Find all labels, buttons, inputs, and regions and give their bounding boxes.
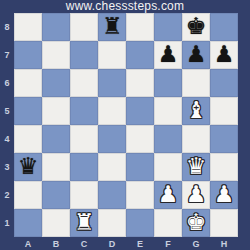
piece-white-pawn-g2: ♟ bbox=[182, 181, 210, 209]
square-b7[interactable] bbox=[42, 41, 70, 69]
square-g5[interactable]: ♝ bbox=[182, 97, 210, 125]
square-h5[interactable] bbox=[210, 97, 238, 125]
piece-white-rook-c1: ♜ bbox=[70, 209, 98, 237]
square-f6[interactable] bbox=[154, 69, 182, 97]
square-f5[interactable] bbox=[154, 97, 182, 125]
square-h3[interactable] bbox=[210, 153, 238, 181]
chess-board: ♜♚♟♟♟♝♛♛♟♟♟♜♚ bbox=[14, 13, 238, 237]
square-c2[interactable] bbox=[70, 181, 98, 209]
square-b4[interactable] bbox=[42, 125, 70, 153]
square-d6[interactable] bbox=[98, 69, 126, 97]
square-a2[interactable] bbox=[14, 181, 42, 209]
square-c6[interactable] bbox=[70, 69, 98, 97]
square-b1[interactable] bbox=[42, 209, 70, 237]
square-e3[interactable] bbox=[126, 153, 154, 181]
square-f1[interactable] bbox=[154, 209, 182, 237]
square-h1[interactable] bbox=[210, 209, 238, 237]
square-h2[interactable]: ♟ bbox=[210, 181, 238, 209]
rank-labels: 87654321 bbox=[0, 13, 14, 237]
piece-black-queen-a3: ♛ bbox=[14, 153, 42, 181]
square-d5[interactable] bbox=[98, 97, 126, 125]
square-g1[interactable]: ♚ bbox=[182, 209, 210, 237]
square-c7[interactable] bbox=[70, 41, 98, 69]
square-d8[interactable]: ♜ bbox=[98, 13, 126, 41]
square-g3[interactable]: ♛ bbox=[182, 153, 210, 181]
rank-label-8: 8 bbox=[0, 13, 14, 41]
square-d2[interactable] bbox=[98, 181, 126, 209]
square-c3[interactable] bbox=[70, 153, 98, 181]
square-b6[interactable] bbox=[42, 69, 70, 97]
square-a6[interactable] bbox=[14, 69, 42, 97]
rank-label-2: 2 bbox=[0, 181, 14, 209]
square-h6[interactable] bbox=[210, 69, 238, 97]
square-c4[interactable] bbox=[70, 125, 98, 153]
square-a8[interactable] bbox=[14, 13, 42, 41]
site-banner-text: www.chesssteps.com bbox=[0, 0, 250, 13]
piece-white-king-g1: ♚ bbox=[182, 209, 210, 237]
square-g8[interactable]: ♚ bbox=[182, 13, 210, 41]
piece-white-pawn-f2: ♟ bbox=[154, 181, 182, 209]
square-e6[interactable] bbox=[126, 69, 154, 97]
square-g2[interactable]: ♟ bbox=[182, 181, 210, 209]
piece-black-pawn-f7: ♟ bbox=[154, 41, 182, 69]
rank-label-4: 4 bbox=[0, 125, 14, 153]
piece-black-rook-d8: ♜ bbox=[98, 13, 126, 41]
square-e8[interactable] bbox=[126, 13, 154, 41]
piece-white-pawn-h2: ♟ bbox=[210, 181, 238, 209]
square-g4[interactable] bbox=[182, 125, 210, 153]
file-label-a: A bbox=[14, 237, 42, 250]
square-a1[interactable] bbox=[14, 209, 42, 237]
file-label-f: F bbox=[154, 237, 182, 250]
piece-white-queen-g3: ♛ bbox=[182, 153, 210, 181]
square-e5[interactable] bbox=[126, 97, 154, 125]
square-h8[interactable] bbox=[210, 13, 238, 41]
square-c8[interactable] bbox=[70, 13, 98, 41]
square-c1[interactable]: ♜ bbox=[70, 209, 98, 237]
file-label-b: B bbox=[42, 237, 70, 250]
square-b5[interactable] bbox=[42, 97, 70, 125]
square-f2[interactable]: ♟ bbox=[154, 181, 182, 209]
square-e2[interactable] bbox=[126, 181, 154, 209]
file-label-g: G bbox=[182, 237, 210, 250]
square-a7[interactable] bbox=[14, 41, 42, 69]
square-d3[interactable] bbox=[98, 153, 126, 181]
piece-white-bishop-g5: ♝ bbox=[182, 97, 210, 125]
square-b8[interactable] bbox=[42, 13, 70, 41]
square-h4[interactable] bbox=[210, 125, 238, 153]
square-f3[interactable] bbox=[154, 153, 182, 181]
file-label-h: H bbox=[210, 237, 238, 250]
square-d1[interactable] bbox=[98, 209, 126, 237]
square-b3[interactable] bbox=[42, 153, 70, 181]
square-a3[interactable]: ♛ bbox=[14, 153, 42, 181]
piece-black-pawn-h7: ♟ bbox=[210, 41, 238, 69]
square-g6[interactable] bbox=[182, 69, 210, 97]
square-e1[interactable] bbox=[126, 209, 154, 237]
piece-black-pawn-g7: ♟ bbox=[182, 41, 210, 69]
square-a5[interactable] bbox=[14, 97, 42, 125]
square-f8[interactable] bbox=[154, 13, 182, 41]
rank-label-7: 7 bbox=[0, 41, 14, 69]
rank-label-6: 6 bbox=[0, 69, 14, 97]
file-label-c: C bbox=[70, 237, 98, 250]
rank-label-3: 3 bbox=[0, 153, 14, 181]
piece-black-king-g8: ♚ bbox=[182, 13, 210, 41]
rank-label-1: 1 bbox=[0, 209, 14, 237]
file-label-e: E bbox=[126, 237, 154, 250]
rank-label-5: 5 bbox=[0, 97, 14, 125]
square-f4[interactable] bbox=[154, 125, 182, 153]
square-f7[interactable]: ♟ bbox=[154, 41, 182, 69]
square-a4[interactable] bbox=[14, 125, 42, 153]
square-d4[interactable] bbox=[98, 125, 126, 153]
square-d7[interactable] bbox=[98, 41, 126, 69]
square-h7[interactable]: ♟ bbox=[210, 41, 238, 69]
square-e7[interactable] bbox=[126, 41, 154, 69]
chess-diagram: www.chesssteps.com 87654321 ♜♚♟♟♟♝♛♛♟♟♟♜… bbox=[0, 0, 250, 250]
square-b2[interactable] bbox=[42, 181, 70, 209]
square-c5[interactable] bbox=[70, 97, 98, 125]
square-e4[interactable] bbox=[126, 125, 154, 153]
file-labels: ABCDEFGH bbox=[14, 237, 238, 250]
square-g7[interactable]: ♟ bbox=[182, 41, 210, 69]
file-label-d: D bbox=[98, 237, 126, 250]
